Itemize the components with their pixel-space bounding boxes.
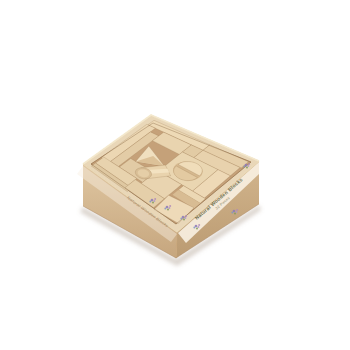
decal-dot — [235, 211, 237, 213]
decal-dot — [236, 209, 238, 211]
decal-dot — [149, 200, 151, 202]
decal-dot — [183, 219, 185, 221]
decal-dot — [152, 202, 154, 204]
decal-dot — [234, 213, 236, 215]
decal-dot — [185, 215, 187, 217]
decal-dot — [153, 200, 155, 202]
decal-dot — [196, 228, 198, 230]
decal-dot — [231, 211, 233, 213]
product-photo-stage: Natural Wooden Blocks 32 Pieces Natural … — [0, 0, 350, 350]
decal-dot — [169, 205, 171, 207]
decal-dot — [164, 207, 166, 209]
decal-dot — [154, 198, 156, 200]
decal-dot — [198, 224, 200, 226]
decal-dot — [167, 209, 169, 211]
decal-dot — [168, 207, 170, 209]
decal-dot — [180, 217, 182, 219]
wooden-blocks-product-photo: Natural Wooden Blocks 32 Pieces Natural … — [0, 0, 350, 350]
decal-dot — [243, 165, 245, 167]
decal-dot — [184, 217, 186, 219]
decal-dot — [197, 226, 199, 228]
decal-dot — [193, 226, 195, 228]
decal-dot — [247, 165, 249, 167]
decal-dot — [246, 167, 248, 169]
decal-dot — [248, 163, 250, 165]
